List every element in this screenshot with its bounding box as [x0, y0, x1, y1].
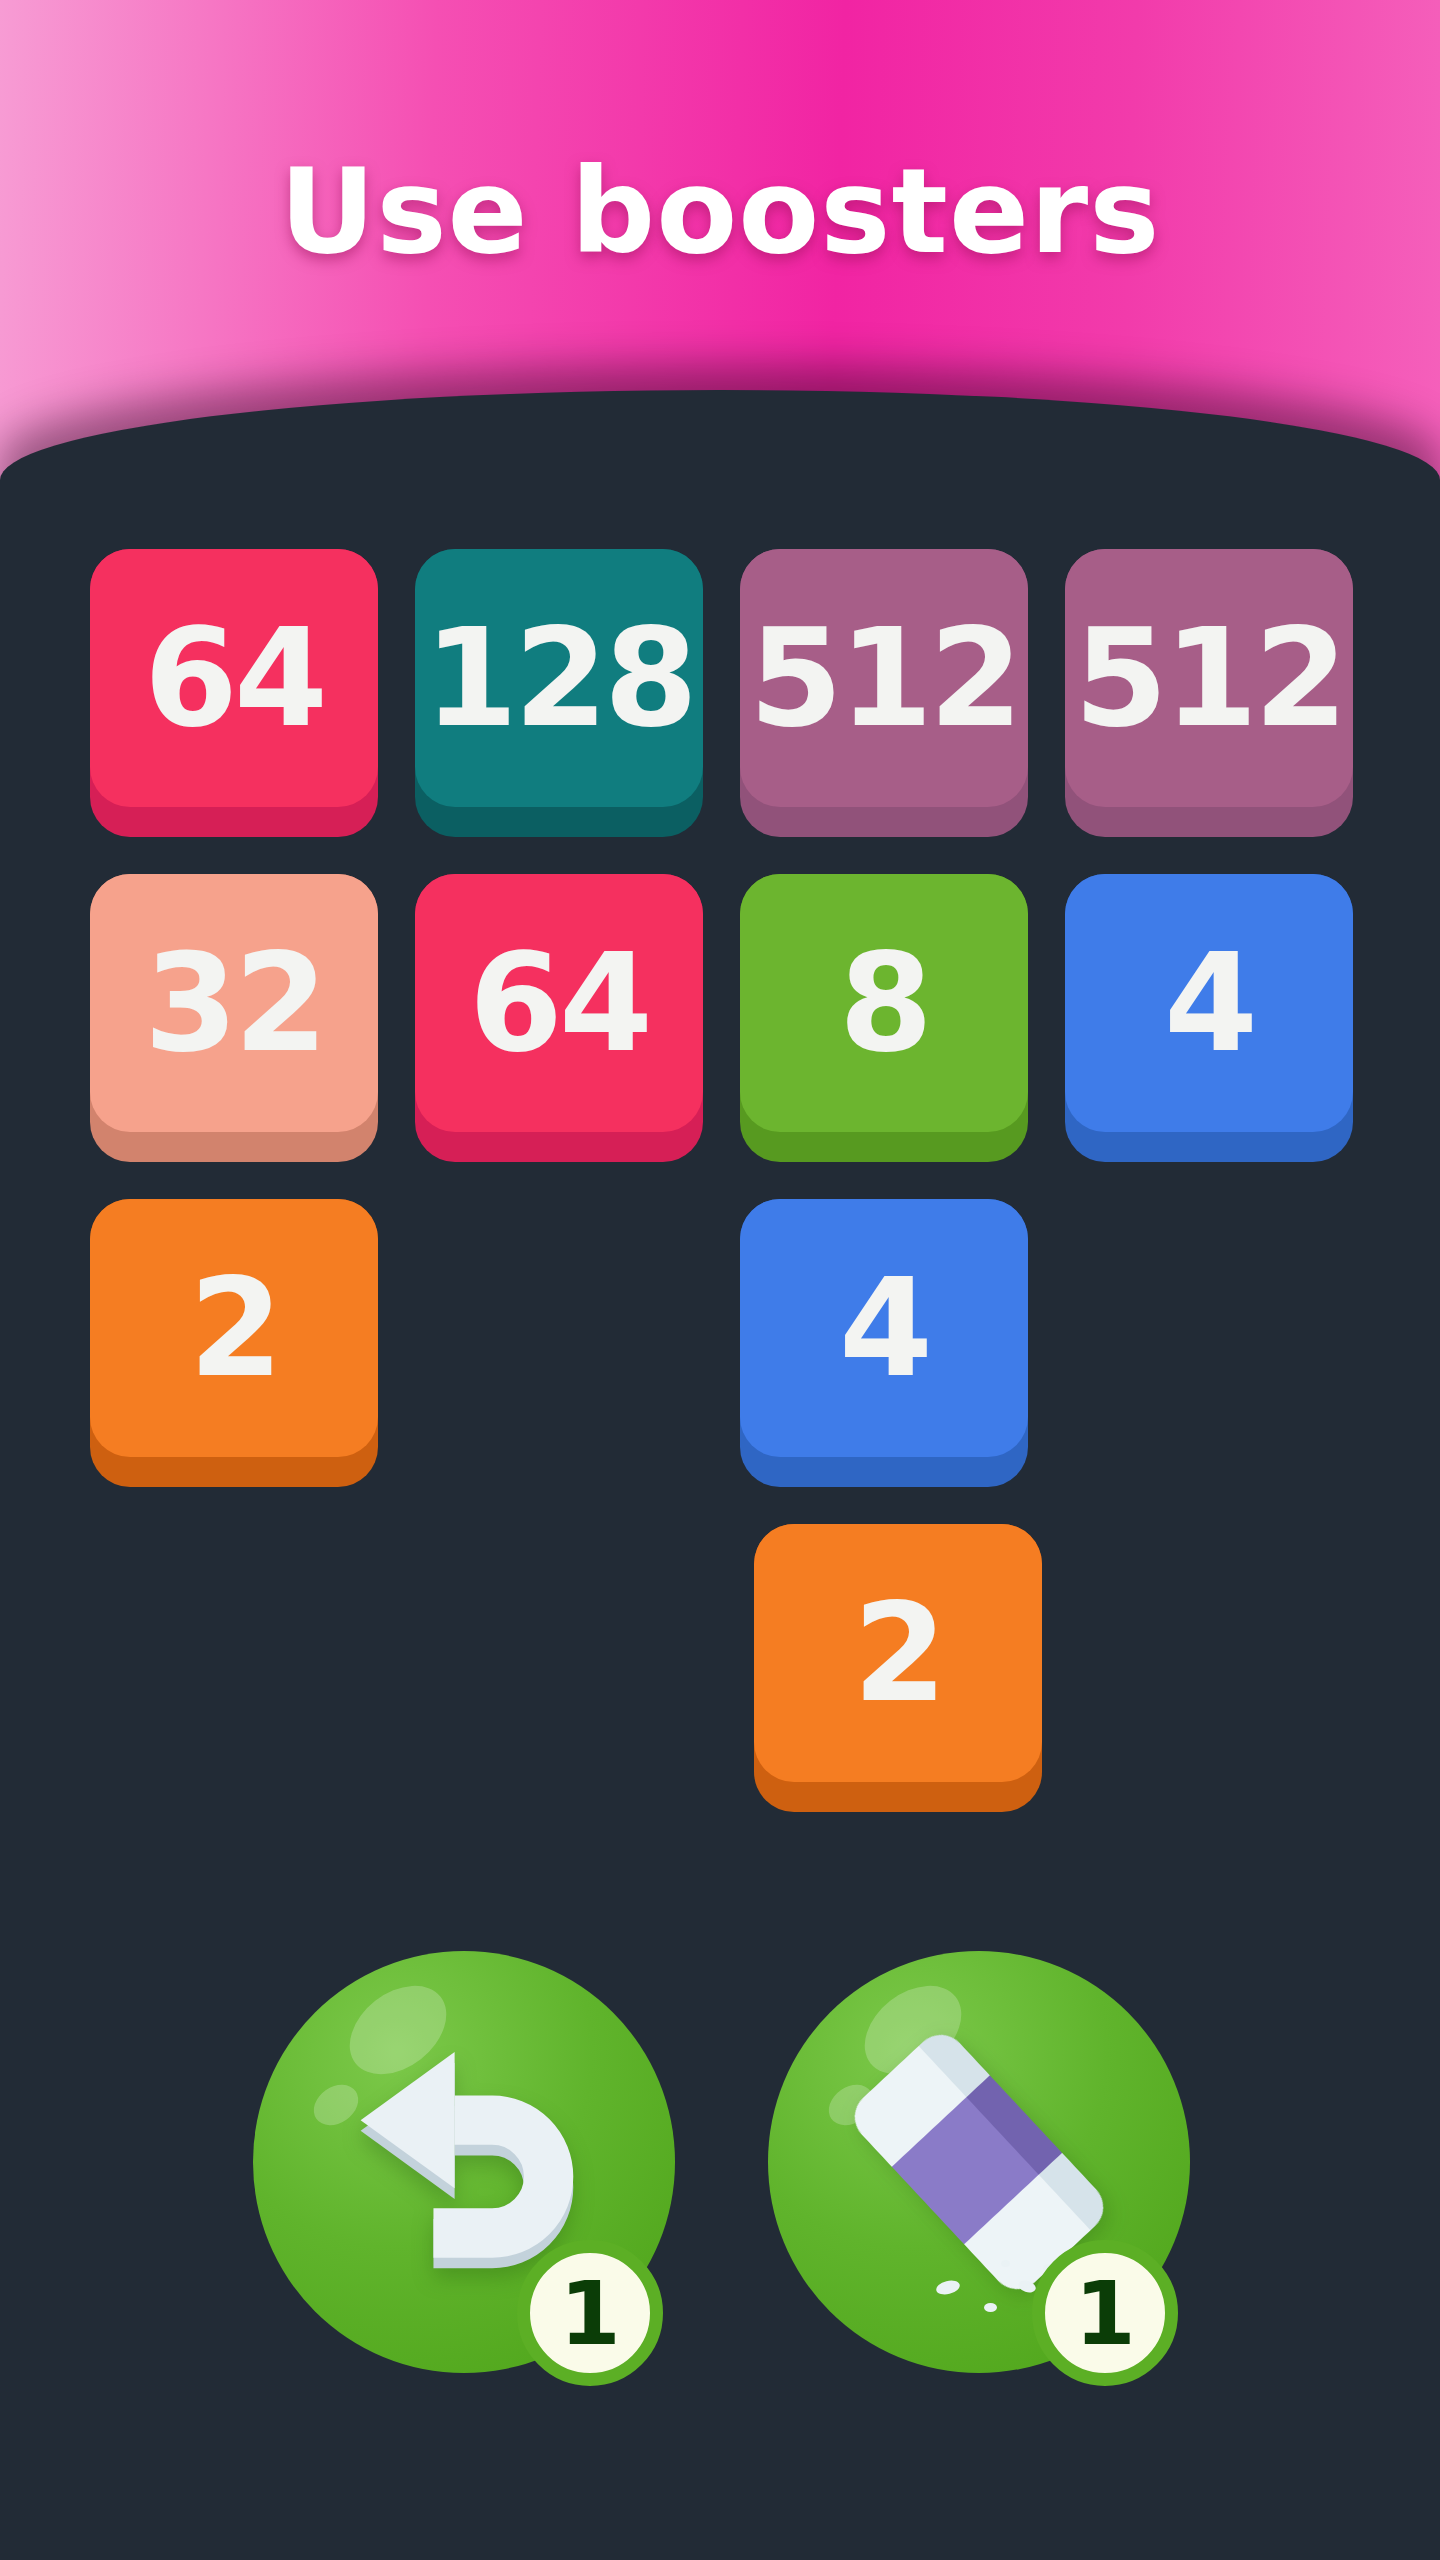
tile-8[interactable]: 8: [740, 874, 1028, 1162]
undo-icon: [339, 2045, 589, 2280]
tile-64[interactable]: 64: [90, 549, 378, 837]
tile-value: 32: [90, 874, 378, 1132]
eraser-crumb: [1001, 2260, 1010, 2267]
eraser-booster-button[interactable]: 1: [768, 1951, 1190, 2373]
tile-64[interactable]: 64: [415, 874, 703, 1162]
undo-count: 1: [559, 2262, 620, 2365]
tile-value: 64: [415, 874, 703, 1132]
tile-512[interactable]: 512: [740, 549, 1028, 837]
tile-value: 2: [754, 1524, 1042, 1782]
tile-512[interactable]: 512: [1065, 549, 1353, 837]
eraser-crumb: [984, 2303, 997, 2312]
undo-booster-button[interactable]: 1: [253, 1951, 675, 2373]
tile-128[interactable]: 128: [415, 549, 703, 837]
tile-value: 4: [1065, 874, 1353, 1132]
eraser-crumb: [935, 2278, 961, 2296]
tile-4[interactable]: 4: [1065, 874, 1353, 1162]
page-title: Use boosters: [0, 142, 1440, 280]
tile-2[interactable]: 2: [90, 1199, 378, 1487]
tile-32[interactable]: 32: [90, 874, 378, 1162]
eraser-count-badge: 1: [1032, 2240, 1178, 2386]
board-grid: 64 128 512 512 32 64 8 4 2 4 2: [90, 549, 1353, 1812]
tile-value: 2: [90, 1199, 378, 1457]
tile-value: 8: [740, 874, 1028, 1132]
tile-value: 4: [740, 1199, 1028, 1457]
eraser-count: 1: [1074, 2262, 1135, 2365]
undo-count-badge: 1: [517, 2240, 663, 2386]
tile-value: 512: [740, 549, 1028, 807]
tile-value: 64: [90, 549, 378, 807]
tile-value: 512: [1065, 549, 1353, 807]
tile-4[interactable]: 4: [740, 1199, 1028, 1487]
app-screen: Use boosters 64 128 512 512 32 64 8 4 2 …: [0, 0, 1440, 2560]
tile-2[interactable]: 2: [754, 1524, 1042, 1812]
tile-value: 128: [415, 549, 703, 807]
